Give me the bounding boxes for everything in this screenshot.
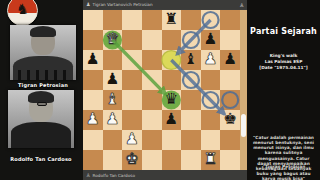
photo-chess-pieces bbox=[18, 70, 68, 80]
channel-logo-badge: ♞ bbox=[7, 0, 38, 26]
board-top-bar: ♟ Tigran Vartanovich Petrosian ♙ bbox=[83, 0, 247, 10]
board-annotations bbox=[83, 10, 240, 170]
photo-head bbox=[31, 29, 55, 55]
photo-hair bbox=[30, 26, 57, 38]
photo-glasses bbox=[37, 102, 46, 107]
photo-head bbox=[29, 94, 53, 122]
right-panel: Partai Sejarah King's walk Las Palmas ES… bbox=[247, 0, 320, 180]
scrollbar-thumb[interactable] bbox=[241, 114, 246, 137]
black-player-name: Tigran Vartanovich Petrosian bbox=[92, 2, 152, 7]
chess-board[interactable]: ♜♛♟♟♝♟♟♟♝♛♟♟♟♚♟♚♜ bbox=[83, 10, 240, 170]
game-header: King's walk Las Palmas ESP [Date "1975.0… bbox=[247, 53, 320, 71]
thumbnail: ♞ Tigran Petrosian Rodolfo Tan Cardoso ♟… bbox=[0, 0, 320, 180]
cardoso-photo bbox=[8, 90, 74, 148]
video-title: Partai Sejarah bbox=[247, 27, 320, 36]
event-line-date: [Date "1975.04.11"] bbox=[247, 65, 320, 71]
petrosian-photo bbox=[10, 25, 76, 80]
black-pawn-icon: ♟ bbox=[86, 2, 90, 7]
app-side-strip bbox=[240, 10, 247, 170]
photo-body bbox=[11, 122, 72, 148]
player-caption-black: Tigran Petrosian bbox=[10, 82, 76, 88]
white-player-name: Rodolfo Tan Cardoso bbox=[92, 173, 135, 178]
left-panel: ♞ Tigran Petrosian Rodolfo Tan Cardoso bbox=[0, 0, 83, 180]
quote-text: "Catur adalah permainan menurut bentukny… bbox=[251, 135, 316, 180]
board-toolbar-icon[interactable]: ♙ bbox=[240, 2, 244, 8]
quote-attribution: - Tigran Petrosian bbox=[251, 164, 316, 169]
white-pawn-icon: ♙ bbox=[86, 173, 90, 178]
knight-logo-icon: ♞ bbox=[16, 1, 29, 17]
board-bottom-bar: ♙ Rodolfo Tan Cardoso bbox=[83, 170, 247, 180]
player-caption-white: Rodolfo Tan Cardoso bbox=[8, 156, 74, 162]
